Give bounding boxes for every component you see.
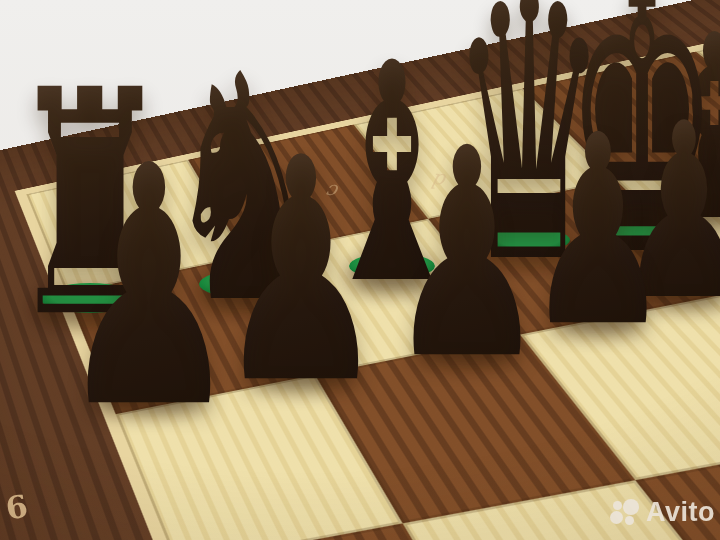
felt-base [602,222,682,246]
black-pawn-glyph: ♟ [47,123,252,453]
piece-black-pawn-d7: ♟ [467,101,720,337]
felt-base [40,283,140,313]
black-king-glyph: ♚ [556,0,720,308]
black-pawn-glyph: ♟ [609,91,720,333]
piece-black-pawn-a7: ♟ [0,123,314,420]
felt-base [683,196,720,215]
avito-watermark: Avito [610,497,715,527]
black-bishop-glyph: ♝ [307,24,476,326]
felt-base [349,253,435,279]
piece-black-queen-d8: ♛ [345,0,713,277]
black-queen-glyph: ♛ [441,0,618,314]
felt-base [257,351,345,377]
felt-base [488,228,570,253]
felt-base [650,275,718,295]
piece-black-king-e8: ♚ [456,0,720,271]
piece-black-pawn-c7: ♟ [323,111,611,370]
black-rook-glyph: ♜ [0,50,183,360]
black-pawn-glyph: ♟ [517,101,679,363]
felt-base [426,329,508,354]
piece-black-bishop-c8: ♝ [241,24,543,296]
black-pawn-glyph: ♟ [378,111,557,399]
felt-base [199,270,294,299]
chess-set-photo: c d 6 ♜♞♝♛♚♝♟♟♟♟♟ Avito [0,0,720,540]
felt-base [561,300,635,322]
felt-base [101,373,197,402]
piece-black-bishop-f8: ♝ [587,1,720,231]
piece-black-pawn-b7: ♟ [147,118,455,395]
piece-black-rook-a8: ♜ [0,50,245,329]
black-knight-glyph: ♞ [152,34,339,346]
black-pawn-glyph: ♟ [206,118,397,426]
black-bishop-glyph: ♝ [643,1,720,256]
piece-black-knight-b8: ♞ [90,34,402,315]
piece-black-pawn-e7: ♟ [563,91,720,309]
avito-logo-icon [610,497,641,527]
pieces-layer: ♜♞♝♛♚♝♟♟♟♟♟ [0,0,720,540]
avito-watermark-text: Avito [646,499,715,526]
